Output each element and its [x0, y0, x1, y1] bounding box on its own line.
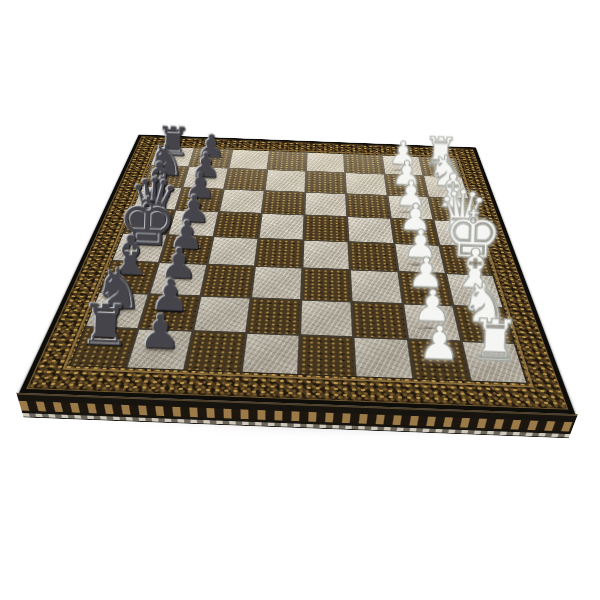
square-a5[interactable] — [268, 151, 306, 170]
square-c2[interactable] — [388, 196, 432, 220]
piece-black-rook[interactable]: ♜ — [76, 296, 134, 355]
square-a8[interactable] — [151, 147, 194, 166]
board-surface: ♜♟♟♜♞♟♟♞♝♟♟♝♛♟♟♛♚♟♟♚♝♟♟♝♞♟♟♞♜♟♟♜ — [19, 135, 575, 415]
piece-glyph: ♜ — [79, 291, 132, 359]
square-d3[interactable] — [348, 217, 392, 243]
square-c6[interactable] — [220, 189, 264, 212]
square-a6[interactable] — [229, 150, 269, 169]
piece-glyph: ♟ — [138, 304, 182, 360]
square-c3[interactable] — [347, 194, 389, 217]
square-d5[interactable] — [259, 214, 303, 240]
square-a1[interactable] — [420, 157, 461, 177]
square-b4[interactable] — [306, 172, 345, 193]
square-d6[interactable] — [214, 212, 260, 238]
square-c5[interactable] — [262, 191, 304, 214]
square-a4[interactable] — [307, 153, 344, 173]
square-c4[interactable] — [305, 193, 346, 216]
square-c7[interactable] — [177, 188, 223, 211]
square-b3[interactable] — [346, 173, 386, 194]
square-b6[interactable] — [225, 169, 267, 190]
piece-glyph: ♜ — [468, 306, 521, 374]
photo-scene: ♜♟♟♜♞♟♟♞♝♟♟♝♛♟♟♛♚♟♟♚♝♟♟♝♞♟♟♞♜♟♟♜ — [0, 0, 600, 600]
piece-white-pawn[interactable]: ♟ — [410, 318, 467, 367]
square-a7[interactable] — [190, 148, 231, 167]
square-b7[interactable] — [184, 167, 227, 188]
square-a2[interactable] — [382, 156, 422, 176]
square-b2[interactable] — [385, 175, 427, 196]
piece-black-pawn[interactable]: ♟ — [132, 308, 189, 357]
chess-board: ♜♟♟♜♞♟♟♞♝♟♟♝♛♟♟♛♚♟♟♚♝♟♟♝♞♟♟♞♜♟♟♜ — [19, 135, 575, 415]
piece-glyph: ♟ — [417, 315, 461, 371]
perspective-wrapper: ♜♟♟♜♞♟♟♞♝♟♟♝♛♟♟♛♚♟♟♚♝♟♟♝♞♟♟♞♜♟♟♜ — [0, 0, 600, 600]
square-d4[interactable] — [304, 215, 347, 241]
square-a3[interactable] — [345, 154, 383, 174]
piece-white-rook[interactable]: ♜ — [466, 311, 524, 370]
square-b5[interactable] — [265, 170, 305, 191]
